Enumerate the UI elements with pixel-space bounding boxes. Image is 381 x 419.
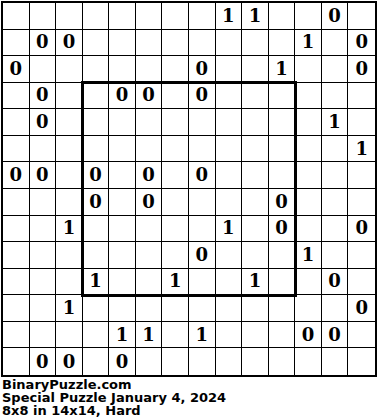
cell-r11c4: 1 [83,269,110,296]
cell-r2c3: 0 [56,30,83,57]
cell-r1c11[interactable] [269,3,296,30]
cell-r13c5: 1 [109,322,136,349]
cell-r11c11[interactable] [269,269,296,296]
cell-r12c10[interactable] [242,295,269,322]
cell-r13c6: 1 [136,322,163,349]
cell-r11c14[interactable] [348,269,375,296]
cell-r7c10[interactable] [242,162,269,189]
cell-r13c14[interactable] [348,322,375,349]
cell-r2c12: 1 [295,30,322,57]
cell-r9c9: 1 [216,216,243,243]
cell-r13c8: 1 [189,322,216,349]
cell-r13c11[interactable] [269,322,296,349]
cell-r4c11[interactable] [269,83,296,110]
cell-r3c1: 0 [3,56,30,83]
cell-r10c2[interactable] [30,242,57,269]
cell-r5c7[interactable] [162,109,189,136]
cell-r5c9[interactable] [216,109,243,136]
cell-r13c3[interactable] [56,322,83,349]
cell-r5c12[interactable] [295,109,322,136]
cell-r9c11: 0 [269,216,296,243]
cell-r12c11[interactable] [269,295,296,322]
puzzle-board: 1100010001000000110000000011000111101011… [1,1,377,377]
cell-r3c11: 1 [269,56,296,83]
cell-r7c1: 0 [3,162,30,189]
cell-r1c13: 0 [322,3,349,30]
cell-r6c10[interactable] [242,136,269,163]
cell-r7c12[interactable] [295,162,322,189]
cell-r6c11[interactable] [269,136,296,163]
cell-r11c5[interactable] [109,269,136,296]
cell-r9c1[interactable] [3,216,30,243]
cell-r1c3[interactable] [56,3,83,30]
cell-r14c2: 0 [30,348,57,375]
cell-r3c5[interactable] [109,56,136,83]
cell-r3c3[interactable] [56,56,83,83]
cell-r12c7[interactable] [162,295,189,322]
cell-r14c8[interactable] [189,348,216,375]
cell-r3c6[interactable] [136,56,163,83]
cell-r11c8[interactable] [189,269,216,296]
cell-r9c13[interactable] [322,216,349,243]
cell-r4c13[interactable] [322,83,349,110]
cell-r10c14[interactable] [348,242,375,269]
cell-r1c6[interactable] [136,3,163,30]
cell-r10c7[interactable] [162,242,189,269]
cell-r10c1[interactable] [3,242,30,269]
cell-r5c13: 1 [322,109,349,136]
binary-puzzle-page: 1100010001000000110000000011000111101011… [0,0,381,419]
cell-r8c2[interactable] [30,189,57,216]
cell-r7c4: 0 [83,162,110,189]
cell-r14c11[interactable] [269,348,296,375]
cell-r11c13: 0 [322,269,349,296]
cell-r2c14: 0 [348,30,375,57]
cell-r7c14[interactable] [348,162,375,189]
cell-r12c12[interactable] [295,295,322,322]
cell-r10c10[interactable] [242,242,269,269]
cell-r11c9[interactable] [216,269,243,296]
cell-r9c3: 1 [56,216,83,243]
cell-r5c6[interactable] [136,109,163,136]
cell-r13c9[interactable] [216,322,243,349]
cell-r5c8[interactable] [189,109,216,136]
cell-r9c5[interactable] [109,216,136,243]
cell-r9c14: 0 [348,216,375,243]
cell-r3c12[interactable] [295,56,322,83]
cell-r10c3[interactable] [56,242,83,269]
cell-r11c1[interactable] [3,269,30,296]
cell-r6c4[interactable] [83,136,110,163]
cell-r1c1[interactable] [3,3,30,30]
cell-r4c9[interactable] [216,83,243,110]
cell-r12c9[interactable] [216,295,243,322]
cell-r6c13[interactable] [322,136,349,163]
cell-r4c5: 0 [109,83,136,110]
cell-r9c8[interactable] [189,216,216,243]
cell-r8c8[interactable] [189,189,216,216]
cell-r8c1[interactable] [3,189,30,216]
cell-r10c8: 0 [189,242,216,269]
cell-r13c13: 0 [322,322,349,349]
cell-r13c7[interactable] [162,322,189,349]
cell-r5c1[interactable] [3,109,30,136]
cell-r9c6[interactable] [136,216,163,243]
cell-r7c2: 0 [30,162,57,189]
cell-r14c5: 0 [109,348,136,375]
cell-r11c12[interactable] [295,269,322,296]
cell-r8c14[interactable] [348,189,375,216]
cell-r6c5[interactable] [109,136,136,163]
cell-r4c1[interactable] [3,83,30,110]
cell-r12c13[interactable] [322,295,349,322]
cell-r2c6[interactable] [136,30,163,57]
cell-r12c6[interactable] [136,295,163,322]
cell-r14c10[interactable] [242,348,269,375]
cell-r11c2[interactable] [30,269,57,296]
cell-r12c2[interactable] [30,295,57,322]
cell-r3c7[interactable] [162,56,189,83]
cell-r3c13[interactable] [322,56,349,83]
cell-r4c3[interactable] [56,83,83,110]
cell-r3c8: 0 [189,56,216,83]
cell-r1c2[interactable] [30,3,57,30]
cell-r1c8[interactable] [189,3,216,30]
cell-r14c4[interactable] [83,348,110,375]
cell-r10c4[interactable] [83,242,110,269]
cell-r10c12: 1 [295,242,322,269]
cell-r5c11[interactable] [269,109,296,136]
cell-r2c9[interactable] [216,30,243,57]
cell-r4c2: 0 [30,83,57,110]
cell-r6c7[interactable] [162,136,189,163]
cell-r8c12[interactable] [295,189,322,216]
puzzle-caption: BinaryPuzzle.com Special Puzzle January … [2,378,226,417]
cell-r1c12[interactable] [295,3,322,30]
cell-r3c10[interactable] [242,56,269,83]
cell-r6c8[interactable] [189,136,216,163]
cell-r12c3: 1 [56,295,83,322]
cell-r2c1[interactable] [3,30,30,57]
cell-r9c7[interactable] [162,216,189,243]
cell-r1c10: 1 [242,3,269,30]
cell-r14c1[interactable] [3,348,30,375]
cell-r8c4: 0 [83,189,110,216]
cell-r14c14[interactable] [348,348,375,375]
cell-r2c8[interactable] [189,30,216,57]
cell-r7c5[interactable] [109,162,136,189]
cell-r2c10[interactable] [242,30,269,57]
cell-r14c12[interactable] [295,348,322,375]
cell-r14c6[interactable] [136,348,163,375]
cell-r9c12[interactable] [295,216,322,243]
cell-r5c4[interactable] [83,109,110,136]
cell-r9c2[interactable] [30,216,57,243]
cell-r8c13[interactable] [322,189,349,216]
cell-r12c1[interactable] [3,295,30,322]
cell-r10c9[interactable] [216,242,243,269]
cell-r7c9[interactable] [216,162,243,189]
cell-r7c11[interactable] [269,162,296,189]
cell-r7c8: 0 [189,162,216,189]
cell-r5c5[interactable] [109,109,136,136]
cell-r14c13[interactable] [322,348,349,375]
cell-r4c8: 0 [189,83,216,110]
cell-r9c4[interactable] [83,216,110,243]
cell-r7c13[interactable] [322,162,349,189]
cell-r5c3[interactable] [56,109,83,136]
cell-r1c5[interactable] [109,3,136,30]
cell-r13c12: 0 [295,322,322,349]
cell-r8c9[interactable] [216,189,243,216]
cell-r11c7: 1 [162,269,189,296]
cell-r13c1[interactable] [3,322,30,349]
cell-r6c14: 1 [348,136,375,163]
cell-r13c4[interactable] [83,322,110,349]
cell-r12c14: 0 [348,295,375,322]
cell-r4c6: 0 [136,83,163,110]
cell-r4c4[interactable] [83,83,110,110]
cell-r8c3[interactable] [56,189,83,216]
cell-r1c9: 1 [216,3,243,30]
cell-r10c11[interactable] [269,242,296,269]
cell-r6c1[interactable] [3,136,30,163]
cell-r10c6[interactable] [136,242,163,269]
cell-r6c3[interactable] [56,136,83,163]
cell-r1c7[interactable] [162,3,189,30]
cell-r10c13[interactable] [322,242,349,269]
cell-r14c7[interactable] [162,348,189,375]
cell-r7c3[interactable] [56,162,83,189]
cell-r2c11[interactable] [269,30,296,57]
cell-r2c4[interactable] [83,30,110,57]
cell-r11c10: 1 [242,269,269,296]
cell-r2c7[interactable] [162,30,189,57]
cell-r3c9[interactable] [216,56,243,83]
cell-r3c14: 0 [348,56,375,83]
cell-r8c5[interactable] [109,189,136,216]
cell-r4c10[interactable] [242,83,269,110]
cell-r4c14[interactable] [348,83,375,110]
cell-r6c12[interactable] [295,136,322,163]
cell-r8c10[interactable] [242,189,269,216]
cell-r6c2[interactable] [30,136,57,163]
cell-r13c10[interactable] [242,322,269,349]
cell-r14c3: 0 [56,348,83,375]
cell-r13c2[interactable] [30,322,57,349]
cell-r8c11: 0 [269,189,296,216]
puzzle-details: 8x8 in 14x14, Hard [2,404,226,417]
cell-r8c6: 0 [136,189,163,216]
cell-r7c7[interactable] [162,162,189,189]
cell-r8c7[interactable] [162,189,189,216]
cell-r12c5[interactable] [109,295,136,322]
cell-r12c4[interactable] [83,295,110,322]
cell-r6c6[interactable] [136,136,163,163]
cell-r5c2: 0 [30,109,57,136]
cell-r7c6: 0 [136,162,163,189]
cell-r4c7[interactable] [162,83,189,110]
cell-r3c2[interactable] [30,56,57,83]
cell-r1c14[interactable] [348,3,375,30]
cell-r1c4[interactable] [83,3,110,30]
cell-r12c8[interactable] [189,295,216,322]
cell-r4c12[interactable] [295,83,322,110]
cell-r14c9[interactable] [216,348,243,375]
cell-r2c5[interactable] [109,30,136,57]
cell-r2c2: 0 [30,30,57,57]
cell-r2c13[interactable] [322,30,349,57]
cell-r9c10[interactable] [242,216,269,243]
cell-r10c5[interactable] [109,242,136,269]
cell-r5c14[interactable] [348,109,375,136]
cell-r11c3[interactable] [56,269,83,296]
cell-r6c9[interactable] [216,136,243,163]
cell-r11c6[interactable] [136,269,163,296]
cell-r5c10[interactable] [242,109,269,136]
cell-r3c4[interactable] [83,56,110,83]
